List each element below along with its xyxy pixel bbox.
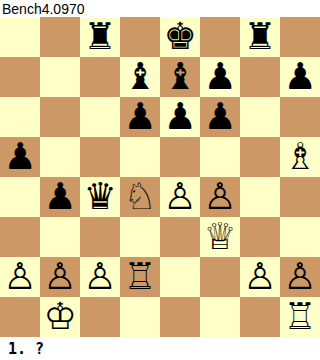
square-c2[interactable]: ♙ (80, 257, 120, 297)
window-title: Bench4.0970 (0, 0, 320, 17)
black-bishop-icon: ♝ (123, 57, 156, 97)
square-b3[interactable] (40, 217, 80, 257)
square-c7[interactable] (80, 57, 120, 97)
square-e2[interactable] (160, 257, 200, 297)
white-rook-icon: ♖ (123, 257, 156, 297)
square-a6[interactable] (0, 97, 40, 137)
square-g4[interactable] (240, 177, 280, 217)
square-d7[interactable]: ♝ (120, 57, 160, 97)
black-queen-icon: ♛ (83, 177, 116, 217)
square-f7[interactable]: ♟ (200, 57, 240, 97)
black-rook-icon: ♜ (243, 17, 276, 57)
square-f6[interactable]: ♟ (200, 97, 240, 137)
white-pawn-icon: ♙ (243, 257, 276, 297)
square-e7[interactable]: ♝ (160, 57, 200, 97)
square-a1[interactable] (0, 297, 40, 337)
white-pawn-icon: ♙ (83, 257, 116, 297)
square-h3[interactable] (280, 217, 320, 257)
square-a8[interactable] (0, 17, 40, 57)
square-e5[interactable] (160, 137, 200, 177)
square-b1[interactable]: ♔ (40, 297, 80, 337)
black-king-icon: ♚ (163, 17, 196, 57)
square-d1[interactable] (120, 297, 160, 337)
square-d4[interactable]: ♘ (120, 177, 160, 217)
square-b7[interactable] (40, 57, 80, 97)
square-b5[interactable] (40, 137, 80, 177)
square-b6[interactable] (40, 97, 80, 137)
square-d5[interactable] (120, 137, 160, 177)
square-g5[interactable] (240, 137, 280, 177)
square-c1[interactable] (80, 297, 120, 337)
square-e3[interactable] (160, 217, 200, 257)
square-h6[interactable] (280, 97, 320, 137)
square-f2[interactable] (200, 257, 240, 297)
black-pawn-icon: ♟ (43, 177, 76, 217)
chess-board: ♜♚♜♝♝♟♟♟♟♟♟♗♟♛♘♙♙♕♙♙♙♖♙♙♔♖ (0, 17, 320, 337)
black-pawn-icon: ♟ (163, 97, 196, 137)
black-pawn-icon: ♟ (123, 97, 156, 137)
square-h1[interactable]: ♖ (280, 297, 320, 337)
square-f8[interactable] (200, 17, 240, 57)
square-a4[interactable] (0, 177, 40, 217)
white-knight-icon: ♘ (123, 177, 156, 217)
square-b8[interactable] (40, 17, 80, 57)
square-g8[interactable]: ♜ (240, 17, 280, 57)
square-e1[interactable] (160, 297, 200, 337)
square-e6[interactable]: ♟ (160, 97, 200, 137)
square-c4[interactable]: ♛ (80, 177, 120, 217)
white-rook-icon: ♖ (283, 297, 316, 337)
square-h8[interactable] (280, 17, 320, 57)
square-g6[interactable] (240, 97, 280, 137)
square-d8[interactable] (120, 17, 160, 57)
white-pawn-icon: ♙ (3, 257, 36, 297)
square-a2[interactable]: ♙ (0, 257, 40, 297)
square-g3[interactable] (240, 217, 280, 257)
white-bishop-icon: ♗ (283, 137, 316, 177)
square-f3[interactable]: ♕ (200, 217, 240, 257)
square-c8[interactable]: ♜ (80, 17, 120, 57)
square-b4[interactable]: ♟ (40, 177, 80, 217)
square-h4[interactable] (280, 177, 320, 217)
square-c6[interactable] (80, 97, 120, 137)
black-bishop-icon: ♝ (163, 57, 196, 97)
white-king-icon: ♔ (43, 297, 76, 337)
square-a7[interactable] (0, 57, 40, 97)
square-b2[interactable]: ♙ (40, 257, 80, 297)
black-pawn-icon: ♟ (203, 97, 236, 137)
white-queen-icon: ♕ (203, 217, 236, 257)
black-pawn-icon: ♟ (203, 57, 236, 97)
square-c5[interactable] (80, 137, 120, 177)
white-pawn-icon: ♙ (43, 257, 76, 297)
square-a5[interactable]: ♟ (0, 137, 40, 177)
square-c3[interactable] (80, 217, 120, 257)
square-d6[interactable]: ♟ (120, 97, 160, 137)
square-f5[interactable] (200, 137, 240, 177)
white-pawn-icon: ♙ (163, 177, 196, 217)
black-pawn-icon: ♟ (3, 137, 36, 177)
square-a3[interactable] (0, 217, 40, 257)
white-pawn-icon: ♙ (203, 177, 236, 217)
square-h5[interactable]: ♗ (280, 137, 320, 177)
square-d2[interactable]: ♖ (120, 257, 160, 297)
square-e4[interactable]: ♙ (160, 177, 200, 217)
square-h2[interactable]: ♙ (280, 257, 320, 297)
square-g7[interactable] (240, 57, 280, 97)
square-d3[interactable] (120, 217, 160, 257)
move-prompt: 1. ? (0, 337, 320, 358)
black-rook-icon: ♜ (83, 17, 116, 57)
square-f1[interactable] (200, 297, 240, 337)
square-e8[interactable]: ♚ (160, 17, 200, 57)
square-f4[interactable]: ♙ (200, 177, 240, 217)
white-pawn-icon: ♙ (283, 257, 316, 297)
black-pawn-icon: ♟ (283, 57, 316, 97)
square-g1[interactable] (240, 297, 280, 337)
square-h7[interactable]: ♟ (280, 57, 320, 97)
square-g2[interactable]: ♙ (240, 257, 280, 297)
